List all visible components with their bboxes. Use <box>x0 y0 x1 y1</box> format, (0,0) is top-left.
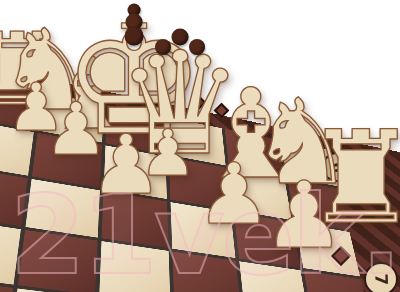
piece-white-pawn-d7: ♟ <box>89 124 163 206</box>
piece-white-pawn-f6: ♟ <box>196 152 271 236</box>
piece-white-pawn-g6: ♟ <box>263 170 345 262</box>
queen-crown-ball <box>155 39 171 55</box>
queen-crown-ball <box>172 29 189 46</box>
queen-crown-ball <box>189 39 205 55</box>
king-finial-ball <box>125 27 144 46</box>
chess-set-photo: 67 ♜♞♟♝♚♟♛♟♝♞♟♟♜♟ 21vek.by <box>0 0 400 292</box>
pieces-layer: ♜♞♟♝♚♟♛♟♝♞♟♟♜♟ <box>0 0 400 292</box>
